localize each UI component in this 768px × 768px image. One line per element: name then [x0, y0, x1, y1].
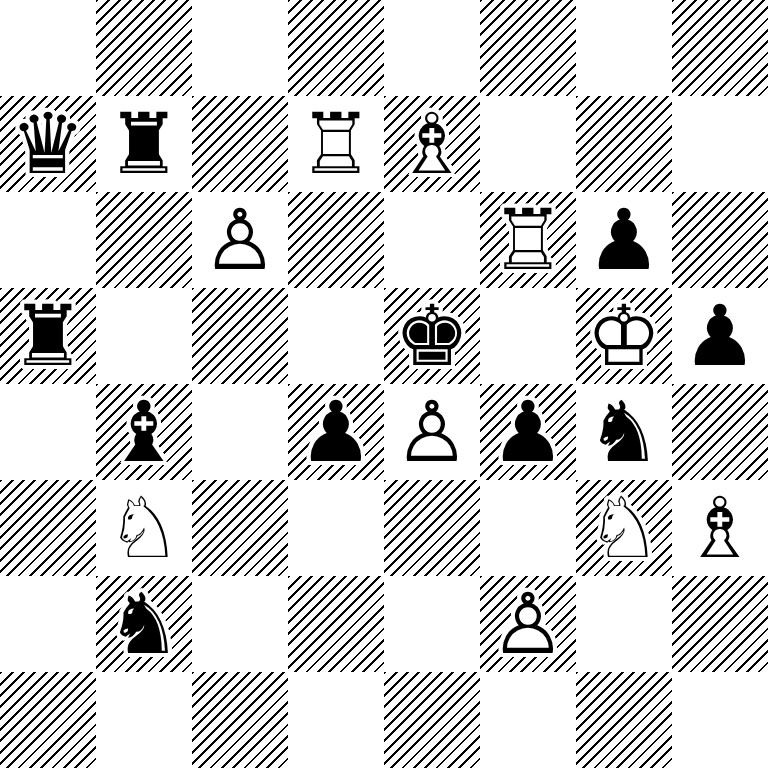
piece-glyph-outline: ♔: [576, 288, 672, 384]
piece-black-pawn[interactable]: ♟: [480, 384, 576, 480]
piece-glyph-outline: ♖: [480, 192, 576, 288]
piece-glyph-fill: ♜: [0, 288, 96, 384]
square-e4[interactable]: ♟♙: [384, 384, 480, 480]
square-a5[interactable]: ♜: [0, 288, 96, 384]
piece-black-queen[interactable]: ♛: [0, 96, 96, 192]
square-a2[interactable]: [0, 576, 96, 672]
square-b8[interactable]: [96, 0, 192, 96]
square-a8[interactable]: [0, 0, 96, 96]
square-c8[interactable]: [192, 0, 288, 96]
square-g7[interactable]: [576, 96, 672, 192]
piece-black-rook[interactable]: ♜: [96, 96, 192, 192]
square-f5[interactable]: [480, 288, 576, 384]
square-b7[interactable]: ♜: [96, 96, 192, 192]
piece-glyph-fill: ♟: [288, 384, 384, 480]
square-e3[interactable]: [384, 480, 480, 576]
piece-white-pawn[interactable]: ♟♙: [384, 384, 480, 480]
piece-glyph-fill: ♟: [672, 288, 768, 384]
piece-black-king[interactable]: ♚: [384, 288, 480, 384]
square-h6[interactable]: [672, 192, 768, 288]
square-d7[interactable]: ♜♖: [288, 96, 384, 192]
square-c6[interactable]: ♟♙: [192, 192, 288, 288]
piece-white-bishop[interactable]: ♝♗: [384, 96, 480, 192]
piece-black-rook[interactable]: ♜: [0, 288, 96, 384]
square-d2[interactable]: [288, 576, 384, 672]
piece-glyph-fill: ♞: [576, 384, 672, 480]
square-f2[interactable]: ♟♙: [480, 576, 576, 672]
square-e6[interactable]: [384, 192, 480, 288]
piece-glyph-outline: ♗: [384, 96, 480, 192]
piece-glyph-outline: ♗: [672, 480, 768, 576]
square-g6[interactable]: ♟: [576, 192, 672, 288]
piece-glyph-fill: ♜: [96, 96, 192, 192]
square-c3[interactable]: [192, 480, 288, 576]
piece-glyph-fill: ♚: [384, 288, 480, 384]
square-f6[interactable]: ♜♖: [480, 192, 576, 288]
square-c5[interactable]: [192, 288, 288, 384]
square-c2[interactable]: [192, 576, 288, 672]
piece-glyph-fill: ♝: [96, 384, 192, 480]
square-h3[interactable]: ♝♗: [672, 480, 768, 576]
piece-glyph-outline: ♙: [192, 192, 288, 288]
chess-board: ♛♜♜♖♝♗♟♙♜♖♟♜♚♚♔♟♝♟♟♙♟♞♞♘♞♘♝♗♞♟♙: [0, 0, 768, 768]
square-f1[interactable]: [480, 672, 576, 768]
piece-glyph-outline: ♖: [288, 96, 384, 192]
piece-glyph-fill: ♟: [576, 192, 672, 288]
square-d4[interactable]: ♟: [288, 384, 384, 480]
piece-black-pawn[interactable]: ♟: [672, 288, 768, 384]
piece-white-knight[interactable]: ♞♘: [576, 480, 672, 576]
piece-glyph-fill: ♛: [0, 96, 96, 192]
square-a7[interactable]: ♛: [0, 96, 96, 192]
piece-glyph-fill: ♞: [96, 576, 192, 672]
square-f3[interactable]: [480, 480, 576, 576]
piece-white-bishop[interactable]: ♝♗: [672, 480, 768, 576]
square-f7[interactable]: [480, 96, 576, 192]
piece-white-pawn[interactable]: ♟♙: [192, 192, 288, 288]
square-f8[interactable]: [480, 0, 576, 96]
square-a3[interactable]: [0, 480, 96, 576]
square-b1[interactable]: [96, 672, 192, 768]
square-g3[interactable]: ♞♘: [576, 480, 672, 576]
piece-black-pawn[interactable]: ♟: [288, 384, 384, 480]
square-d8[interactable]: [288, 0, 384, 96]
piece-glyph-outline: ♙: [384, 384, 480, 480]
piece-black-pawn[interactable]: ♟: [576, 192, 672, 288]
square-a4[interactable]: [0, 384, 96, 480]
piece-black-knight[interactable]: ♞: [576, 384, 672, 480]
square-b3[interactable]: ♞♘: [96, 480, 192, 576]
square-h2[interactable]: [672, 576, 768, 672]
square-e7[interactable]: ♝♗: [384, 96, 480, 192]
square-e1[interactable]: [384, 672, 480, 768]
piece-black-bishop[interactable]: ♝: [96, 384, 192, 480]
square-b2[interactable]: ♞: [96, 576, 192, 672]
square-c1[interactable]: [192, 672, 288, 768]
piece-white-rook[interactable]: ♜♖: [288, 96, 384, 192]
square-g5[interactable]: ♚♔: [576, 288, 672, 384]
square-e2[interactable]: [384, 576, 480, 672]
square-d6[interactable]: [288, 192, 384, 288]
square-d3[interactable]: [288, 480, 384, 576]
square-d1[interactable]: [288, 672, 384, 768]
square-a1[interactable]: [0, 672, 96, 768]
square-h1[interactable]: [672, 672, 768, 768]
square-e5[interactable]: ♚: [384, 288, 480, 384]
square-d5[interactable]: [288, 288, 384, 384]
square-a6[interactable]: [0, 192, 96, 288]
square-g8[interactable]: [576, 0, 672, 96]
piece-black-knight[interactable]: ♞: [96, 576, 192, 672]
square-h4[interactable]: [672, 384, 768, 480]
piece-glyph-fill: ♟: [480, 384, 576, 480]
square-c4[interactable]: [192, 384, 288, 480]
square-h7[interactable]: [672, 96, 768, 192]
square-b5[interactable]: [96, 288, 192, 384]
square-g2[interactable]: [576, 576, 672, 672]
piece-glyph-outline: ♘: [576, 480, 672, 576]
piece-glyph-outline: ♙: [480, 576, 576, 672]
square-f4[interactable]: ♟: [480, 384, 576, 480]
piece-white-knight[interactable]: ♞♘: [96, 480, 192, 576]
square-b4[interactable]: ♝: [96, 384, 192, 480]
square-g4[interactable]: ♞: [576, 384, 672, 480]
square-e8[interactable]: [384, 0, 480, 96]
piece-white-pawn[interactable]: ♟♙: [480, 576, 576, 672]
square-h5[interactable]: ♟: [672, 288, 768, 384]
piece-glyph-outline: ♘: [96, 480, 192, 576]
square-c7[interactable]: [192, 96, 288, 192]
square-b6[interactable]: [96, 192, 192, 288]
piece-white-rook[interactable]: ♜♖: [480, 192, 576, 288]
square-g1[interactable]: [576, 672, 672, 768]
piece-white-king[interactable]: ♚♔: [576, 288, 672, 384]
square-h8[interactable]: [672, 0, 768, 96]
